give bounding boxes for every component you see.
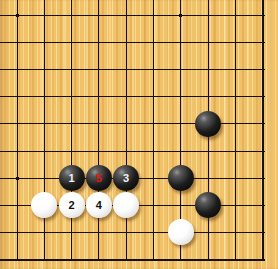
- stone-black-M4[interactable]: 1: [59, 165, 85, 191]
- intersection-M4[interactable]: 1: [58, 165, 85, 192]
- go-diagram: 15324: [0, 0, 278, 269]
- stone-black-R3[interactable]: [195, 192, 221, 218]
- stone-black-N4[interactable]: 5: [86, 165, 112, 191]
- move-number-label: 5: [96, 172, 102, 184]
- intersection-M3[interactable]: 2: [58, 192, 85, 219]
- stone-black-O4[interactable]: 3: [113, 165, 139, 191]
- stone-white-L3[interactable]: [31, 192, 57, 218]
- move-number-label: 4: [96, 199, 102, 211]
- intersection-grid: 15324: [3, 1, 276, 269]
- stone-white-M3[interactable]: 2: [59, 192, 85, 218]
- intersection-N3[interactable]: 4: [85, 192, 112, 219]
- stone-black-R6[interactable]: [195, 111, 221, 137]
- intersection-R6[interactable]: [194, 110, 221, 137]
- move-number-label: 3: [123, 172, 129, 184]
- intersection-O4[interactable]: 3: [112, 165, 139, 192]
- intersection-O3[interactable]: [112, 192, 139, 219]
- intersection-R3[interactable]: [194, 192, 221, 219]
- go-board[interactable]: 15324: [0, 0, 278, 269]
- move-number-label: 1: [68, 172, 74, 184]
- intersection-N4[interactable]: 5: [85, 165, 112, 192]
- intersection-Q4[interactable]: [167, 165, 194, 192]
- stone-white-Q2[interactable]: [168, 219, 194, 245]
- stone-white-O3[interactable]: [113, 192, 139, 218]
- stone-black-Q4[interactable]: [168, 165, 194, 191]
- intersection-Q2[interactable]: [167, 219, 194, 246]
- intersection-L3[interactable]: [31, 192, 58, 219]
- move-number-label: 2: [68, 199, 74, 211]
- stone-white-N3[interactable]: 4: [86, 192, 112, 218]
